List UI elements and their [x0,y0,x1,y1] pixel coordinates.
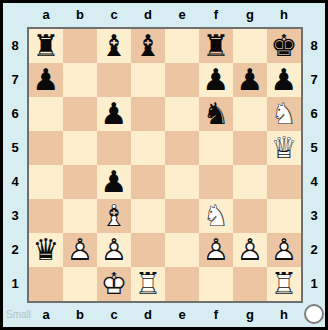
square-c7[interactable] [97,63,131,97]
rank-label-left-1: 1 [3,267,27,301]
square-e4[interactable] [165,165,199,199]
file-label-top-f: f [199,3,233,27]
black-bishop[interactable]: ♝ [131,29,165,63]
square-e3[interactable] [165,199,199,233]
rank-labels-right: 87654321 [303,29,325,301]
square-g6[interactable] [233,97,267,131]
board-frame: ♜♝♝♜♚♟♟♟♟♟♞♘♕♟♗♘♛♙♙♙♙♙♔♖♖ [27,27,303,303]
black-pawn[interactable]: ♟ [97,97,131,131]
square-d8[interactable]: ♝ [131,29,165,63]
chess-board-window: abcdefgh 87654321 ♜♝♝♜♚♟♟♟♟♟♞♘♕♟♗♘♛♙♙♙♙♙… [0,0,328,330]
rank-label-right-2: 2 [303,233,325,267]
white-queen[interactable]: ♕ [267,131,301,165]
square-c2[interactable]: ♙ [97,233,131,267]
black-pawn[interactable]: ♟ [29,63,63,97]
square-a5[interactable] [29,131,63,165]
file-label-top-b: b [63,3,97,27]
white-pawn[interactable]: ♙ [97,233,131,267]
white-knight[interactable]: ♘ [267,97,301,131]
square-a8[interactable]: ♜ [29,29,63,63]
square-c5[interactable] [97,131,131,165]
square-g5[interactable] [233,131,267,165]
black-bishop[interactable]: ♝ [97,29,131,63]
square-h3[interactable] [267,199,301,233]
square-f3[interactable]: ♘ [199,199,233,233]
square-g3[interactable] [233,199,267,233]
square-a3[interactable] [29,199,63,233]
square-h7[interactable]: ♟ [267,63,301,97]
rank-label-left-3: 3 [3,199,27,233]
square-h1[interactable]: ♖ [267,267,301,301]
square-e2[interactable] [165,233,199,267]
rank-label-left-2: 2 [3,233,27,267]
file-labels-bottom: abcdefgh [29,303,301,327]
file-label-top-g: g [233,3,267,27]
rank-label-right-5: 5 [303,131,325,165]
board-margin-area: abcdefgh 87654321 ♜♝♝♜♚♟♟♟♟♟♞♘♕♟♗♘♛♙♙♙♙♙… [3,3,325,327]
square-g7[interactable]: ♟ [233,63,267,97]
square-f8[interactable]: ♜ [199,29,233,63]
square-b5[interactable] [63,131,97,165]
black-pawn[interactable]: ♟ [97,165,131,199]
square-e8[interactable] [165,29,199,63]
square-c8[interactable]: ♝ [97,29,131,63]
board: ♜♝♝♜♚♟♟♟♟♟♞♘♕♟♗♘♛♙♙♙♙♙♔♖♖ [29,29,301,301]
file-label-bottom-f: f [199,303,233,327]
white-rook[interactable]: ♖ [267,267,301,301]
white-pawn[interactable]: ♙ [267,233,301,267]
square-d3[interactable] [131,199,165,233]
file-label-bottom-g: g [233,303,267,327]
file-label-top-a: a [29,3,63,27]
square-c6[interactable]: ♟ [97,97,131,131]
square-g1[interactable] [233,267,267,301]
rank-labels-left: 87654321 [3,29,27,301]
file-label-bottom-e: e [165,303,199,327]
black-pawn[interactable]: ♟ [267,63,301,97]
square-e5[interactable] [165,131,199,165]
rank-label-left-5: 5 [3,131,27,165]
file-label-top-h: h [267,3,301,27]
square-h2[interactable]: ♙ [267,233,301,267]
white-pawn[interactable]: ♙ [199,233,233,267]
rank-label-right-6: 6 [303,97,325,131]
square-a7[interactable]: ♟ [29,63,63,97]
square-a4[interactable] [29,165,63,199]
rank-label-left-7: 7 [3,63,27,97]
square-f5[interactable] [199,131,233,165]
square-h8[interactable]: ♚ [267,29,301,63]
black-king[interactable]: ♚ [267,29,301,63]
white-king[interactable]: ♔ [97,267,131,301]
square-d5[interactable] [131,131,165,165]
file-label-top-c: c [97,3,131,27]
square-a2[interactable]: ♛ [29,233,63,267]
square-h5[interactable]: ♕ [267,131,301,165]
square-b6[interactable] [63,97,97,131]
black-queen[interactable]: ♛ [29,233,63,267]
square-e7[interactable] [165,63,199,97]
square-g4[interactable] [233,165,267,199]
square-f7[interactable]: ♟ [199,63,233,97]
square-c1[interactable]: ♔ [97,267,131,301]
white-to-move-indicator [304,304,324,324]
black-rook[interactable]: ♜ [199,29,233,63]
square-b8[interactable] [63,29,97,63]
rank-label-right-8: 8 [303,29,325,63]
file-label-top-d: d [131,3,165,27]
file-labels-top: abcdefgh [29,3,301,27]
square-b3[interactable] [63,199,97,233]
rank-label-left-6: 6 [3,97,27,131]
square-f2[interactable]: ♙ [199,233,233,267]
square-h6[interactable]: ♘ [267,97,301,131]
file-label-top-e: e [165,3,199,27]
file-label-bottom-a: a [29,303,63,327]
square-c3[interactable]: ♗ [97,199,131,233]
file-label-bottom-h: h [267,303,301,327]
square-f4[interactable] [199,165,233,199]
white-bishop[interactable]: ♗ [97,199,131,233]
square-h4[interactable] [267,165,301,199]
black-pawn[interactable]: ♟ [233,63,267,97]
square-d6[interactable] [131,97,165,131]
black-pawn[interactable]: ♟ [199,63,233,97]
rank-label-right-1: 1 [303,267,325,301]
square-c4[interactable]: ♟ [97,165,131,199]
file-label-bottom-b: b [63,303,97,327]
square-d7[interactable] [131,63,165,97]
square-b2[interactable]: ♙ [63,233,97,267]
square-f6[interactable]: ♞ [199,97,233,131]
file-label-bottom-d: d [131,303,165,327]
rank-label-left-4: 4 [3,165,27,199]
square-a6[interactable] [29,97,63,131]
square-b4[interactable] [63,165,97,199]
square-b7[interactable] [63,63,97,97]
black-knight[interactable]: ♞ [199,97,233,131]
rank-label-right-3: 3 [303,199,325,233]
black-rook[interactable]: ♜ [29,29,63,63]
square-f1[interactable] [199,267,233,301]
square-d4[interactable] [131,165,165,199]
square-d2[interactable] [131,233,165,267]
file-label-bottom-c: c [97,303,131,327]
white-rook[interactable]: ♖ [131,267,165,301]
square-b1[interactable] [63,267,97,301]
white-pawn[interactable]: ♙ [233,233,267,267]
white-pawn[interactable]: ♙ [63,233,97,267]
rank-label-left-8: 8 [3,29,27,63]
square-e1[interactable] [165,267,199,301]
rank-label-right-7: 7 [303,63,325,97]
square-d1[interactable]: ♖ [131,267,165,301]
square-a1[interactable] [29,267,63,301]
board-size-label: Small [6,303,31,327]
white-knight[interactable]: ♘ [199,199,233,233]
rank-label-right-4: 4 [303,165,325,199]
square-g8[interactable] [233,29,267,63]
square-e6[interactable] [165,97,199,131]
square-g2[interactable]: ♙ [233,233,267,267]
